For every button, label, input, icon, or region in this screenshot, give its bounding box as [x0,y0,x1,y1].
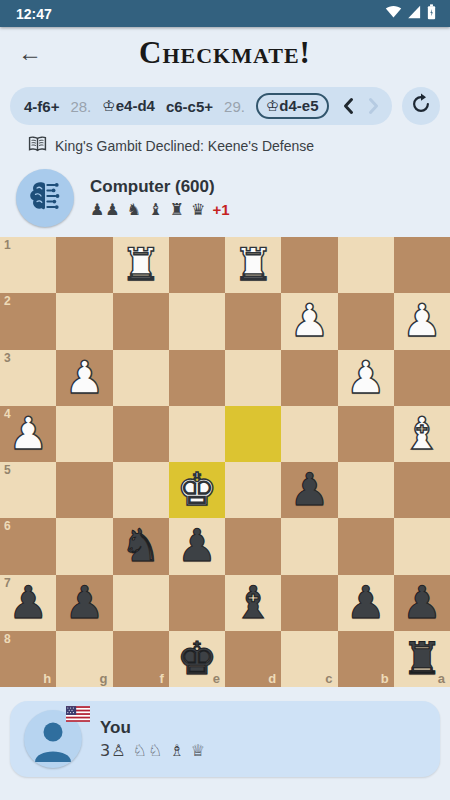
square-b6[interactable] [338,518,394,574]
square-d6[interactable] [225,518,281,574]
piece-bB[interactable]: ♝ [233,575,273,631]
material-advantage: +1 [212,201,229,218]
rank-label: 3 [4,351,11,365]
piece-bP[interactable]: ♟ [345,575,385,631]
square-d4[interactable] [225,406,281,462]
rank-label: 4 [4,407,11,421]
square-g8[interactable]: g [56,631,112,687]
book-icon [28,136,47,156]
square-h5[interactable]: 5 [0,462,56,518]
file-label: g [100,671,108,686]
piece-bP[interactable]: ♟ [289,462,329,518]
chess-board: 1♜♜2♟♟3♟♟4♟♝5♚♟6♞♟7♟♟♝♟♟8hgfe♚dcba♜ [0,237,450,687]
piece-wK[interactable]: ♚ [177,462,217,518]
refresh-button[interactable] [402,87,440,125]
move-token[interactable]: 4-f6+ [24,98,59,115]
chevron-left-icon[interactable] [337,94,361,118]
square-e8[interactable]: e♚ [169,631,225,687]
move-token[interactable]: c6-c5+ [166,98,213,115]
square-a8[interactable]: a♜ [394,631,450,687]
square-b4[interactable] [338,406,394,462]
square-b1[interactable] [338,237,394,293]
piece-bR[interactable]: ♜ [402,631,442,687]
square-a6[interactable] [394,518,450,574]
square-b5[interactable] [338,462,394,518]
status-bar: 12:47 [0,0,450,27]
square-g7[interactable]: ♟ [56,575,112,631]
move-token[interactable]: 29. [224,98,245,115]
brain-icon [26,177,64,219]
file-label: e [213,671,220,686]
rank-label: 8 [4,632,11,646]
square-b3[interactable]: ♟ [338,350,394,406]
square-g6[interactable] [56,518,112,574]
file-label: d [268,671,276,686]
file-label: h [43,671,51,686]
battery-icon [427,4,436,24]
square-f6[interactable]: ♞ [113,518,169,574]
square-b7[interactable]: ♟ [338,575,394,631]
piece-wR[interactable]: ♜ [233,237,273,293]
us-flag-icon [66,706,90,726]
app-header: ← Checkmate! [0,27,450,79]
captured-glyphs: ♟♟ ♞ ♝ ♜ ♛ [90,200,206,219]
file-label: a [438,671,445,686]
square-a7[interactable]: ♟ [394,575,450,631]
square-e1[interactable] [169,237,225,293]
piece-bP[interactable]: ♟ [64,575,104,631]
piece-bP[interactable]: ♟ [8,575,48,631]
file-label: b [381,671,389,686]
square-h4[interactable]: 4♟ [0,406,56,462]
you-avatar [24,710,82,768]
player-top: Computer (600) ♟♟ ♞ ♝ ♜ ♛ +1 [16,167,434,229]
you-captured-pieces: 3♙ ♘♘ ♗ ♕ [100,741,206,760]
page-title: Checkmate! [139,35,311,71]
chevron-right-icon[interactable] [361,94,385,118]
computer-name: Computer (600) [90,177,230,197]
opening-info: King's Gambit Declined: Keene's Defense [28,135,450,157]
piece-bP[interactable]: ♟ [177,518,217,574]
move-navigation: 4-f6+28.♔e4-d4c6-c5+29.♔d4-e5 [10,87,440,125]
square-c5[interactable]: ♟ [281,462,337,518]
square-b8[interactable]: b [338,631,394,687]
square-f1[interactable]: ♜ [113,237,169,293]
square-g4[interactable] [56,406,112,462]
square-d7[interactable]: ♝ [225,575,281,631]
square-c4[interactable] [281,406,337,462]
square-h6[interactable]: 6 [0,518,56,574]
square-e5[interactable]: ♚ [169,462,225,518]
square-g5[interactable] [56,462,112,518]
square-d2[interactable] [225,293,281,349]
back-button[interactable]: ← [18,37,42,69]
rank-label: 2 [4,294,11,308]
move-token[interactable]: 28. [70,98,91,115]
piece-wP[interactable]: ♟ [289,293,329,349]
square-h7[interactable]: 7♟ [0,575,56,631]
square-c1[interactable] [281,237,337,293]
square-d1[interactable]: ♜ [225,237,281,293]
rank-label: 1 [4,238,11,252]
rank-label: 5 [4,463,11,477]
signal-icon [407,5,422,23]
file-label: c [325,671,332,686]
square-a2[interactable]: ♟ [394,293,450,349]
square-c6[interactable] [281,518,337,574]
piece-wP[interactable]: ♟ [64,350,104,406]
square-g3[interactable]: ♟ [56,350,112,406]
computer-avatar [16,169,74,227]
square-e7[interactable] [169,575,225,631]
square-c8[interactable]: c [281,631,337,687]
square-h3[interactable]: 3 [0,350,56,406]
move-token-selected[interactable]: ♔d4-e5 [256,93,329,119]
square-c2[interactable]: ♟ [281,293,337,349]
square-f3[interactable] [113,350,169,406]
square-a5[interactable] [394,462,450,518]
refresh-icon [410,93,432,119]
square-g2[interactable] [56,293,112,349]
wifi-icon [385,5,402,23]
square-h2[interactable]: 2 [0,293,56,349]
piece-bN[interactable]: ♞ [120,518,160,574]
square-f4[interactable] [113,406,169,462]
square-f2[interactable] [113,293,169,349]
square-e3[interactable] [169,350,225,406]
piece-wR[interactable]: ♜ [120,237,160,293]
square-e2[interactable] [169,293,225,349]
piece-wP[interactable]: ♟ [402,293,442,349]
square-a1[interactable] [394,237,450,293]
square-h8[interactable]: 8h [0,631,56,687]
piece-wP[interactable]: ♟ [345,350,385,406]
square-d8[interactable]: d [225,631,281,687]
square-d3[interactable] [225,350,281,406]
computer-captured-pieces: ♟♟ ♞ ♝ ♜ ♛ +1 [90,200,230,219]
square-a4[interactable]: ♝ [394,406,450,462]
player-bottom-card: You 3♙ ♘♘ ♗ ♕ [10,701,440,777]
move-token[interactable]: ♔e4-d4 [102,97,155,115]
file-label: f [159,671,163,686]
opening-name: King's Gambit Declined: Keene's Defense [55,138,314,154]
square-h1[interactable]: 1 [0,237,56,293]
piece-wB[interactable]: ♝ [402,406,442,462]
square-c7[interactable] [281,575,337,631]
square-f5[interactable] [113,462,169,518]
you-name: You [100,718,206,738]
square-e4[interactable] [169,406,225,462]
clock: 12:47 [16,6,52,22]
square-f7[interactable] [113,575,169,631]
square-c3[interactable] [281,350,337,406]
piece-bP[interactable]: ♟ [402,575,442,631]
piece-wP[interactable]: ♟ [8,406,48,462]
square-g1[interactable] [56,237,112,293]
move-list: 4-f6+28.♔e4-d4c6-c5+29.♔d4-e5 [10,87,392,125]
rank-label: 6 [4,519,11,533]
square-e6[interactable]: ♟ [169,518,225,574]
square-f8[interactable]: f [113,631,169,687]
square-d5[interactable] [225,462,281,518]
piece-bK[interactable]: ♚ [177,631,217,687]
square-b2[interactable] [338,293,394,349]
square-a3[interactable] [394,350,450,406]
rank-label: 7 [4,576,11,590]
